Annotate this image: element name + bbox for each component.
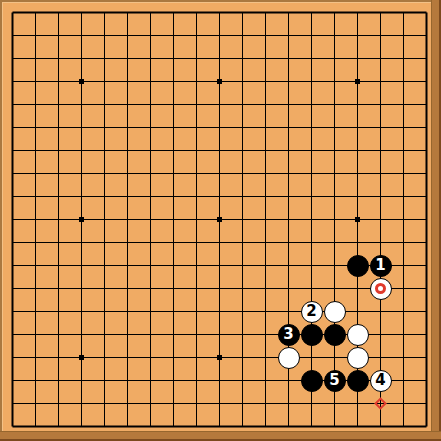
black-stone[interactable] [347,255,369,277]
white-stone[interactable] [347,324,369,346]
board-highlight-left [2,2,3,433]
red-diamond-marker-icon[interactable] [374,397,387,410]
board-highlight-top [2,2,433,3]
go-board-frame: 12354 [0,0,441,441]
black-stone[interactable] [301,324,323,346]
go-board[interactable]: 12354 [1,1,438,438]
white-stone[interactable] [370,278,392,300]
black-stone-move-5[interactable]: 5 [324,370,346,392]
white-stone[interactable] [324,301,346,323]
black-stone[interactable] [301,370,323,392]
board-bevel-bottom [0,431,441,441]
black-stone[interactable] [324,324,346,346]
red-circle-marker-icon [375,283,386,294]
board-bevel-right [431,0,441,441]
white-stone-move-4[interactable]: 4 [370,370,392,392]
black-stone-move-3[interactable]: 3 [278,324,300,346]
white-stone-move-2[interactable]: 2 [301,301,323,323]
white-stone[interactable] [347,347,369,369]
black-stone-move-1[interactable]: 1 [370,255,392,277]
white-stone[interactable] [278,347,300,369]
black-stone[interactable] [347,370,369,392]
